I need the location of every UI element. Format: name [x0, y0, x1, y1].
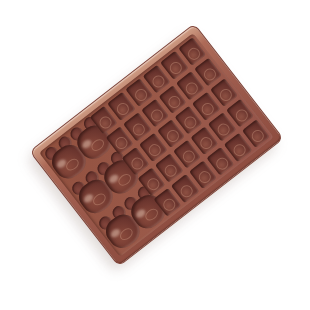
bear-face-emboss: [115, 100, 132, 117]
chocolate-mold-tray: [29, 23, 284, 266]
photo-scene: [0, 0, 310, 310]
bear-face-emboss: [147, 141, 164, 158]
bear-face-emboss: [150, 73, 167, 90]
bear-face-emboss: [184, 80, 201, 97]
bear-face-emboss: [196, 169, 213, 186]
bear-face-emboss: [200, 100, 217, 117]
bear-face-emboss: [163, 162, 180, 179]
bear-face-emboss: [145, 176, 162, 193]
bear-face-emboss: [232, 141, 249, 158]
bear-face-emboss: [201, 66, 218, 83]
bear-face-emboss: [182, 114, 199, 131]
bear-face-emboss: [233, 107, 250, 124]
bear-face-emboss: [217, 87, 234, 104]
bear-face-emboss: [179, 183, 196, 200]
bear-face-emboss: [131, 121, 148, 138]
bear-face-emboss: [148, 107, 165, 124]
tray-floor: [39, 33, 274, 257]
bear-face-emboss: [185, 46, 202, 63]
bear-face-emboss: [249, 128, 266, 145]
bear-face-emboss: [166, 93, 183, 110]
bear-face-emboss: [113, 135, 130, 152]
bear-face-emboss: [214, 155, 231, 172]
bear-muzzle-emboss: [89, 137, 106, 153]
bear-face-emboss: [168, 59, 185, 76]
bear-face-emboss: [161, 196, 178, 213]
bear-face-emboss: [133, 87, 150, 104]
bear-face-emboss: [216, 121, 233, 138]
bear-muzzle-emboss: [143, 206, 160, 222]
bear-face-emboss: [180, 148, 197, 165]
bear-muzzle-emboss: [91, 191, 108, 207]
bear-muzzle-emboss: [64, 156, 81, 172]
bear-muzzle-emboss: [116, 172, 133, 188]
bear-muzzle-emboss: [118, 226, 135, 242]
bear-face-emboss: [129, 155, 146, 172]
bear-face-emboss: [164, 128, 181, 145]
bear-face-emboss: [198, 135, 215, 152]
bear-face-emboss: [97, 114, 114, 131]
